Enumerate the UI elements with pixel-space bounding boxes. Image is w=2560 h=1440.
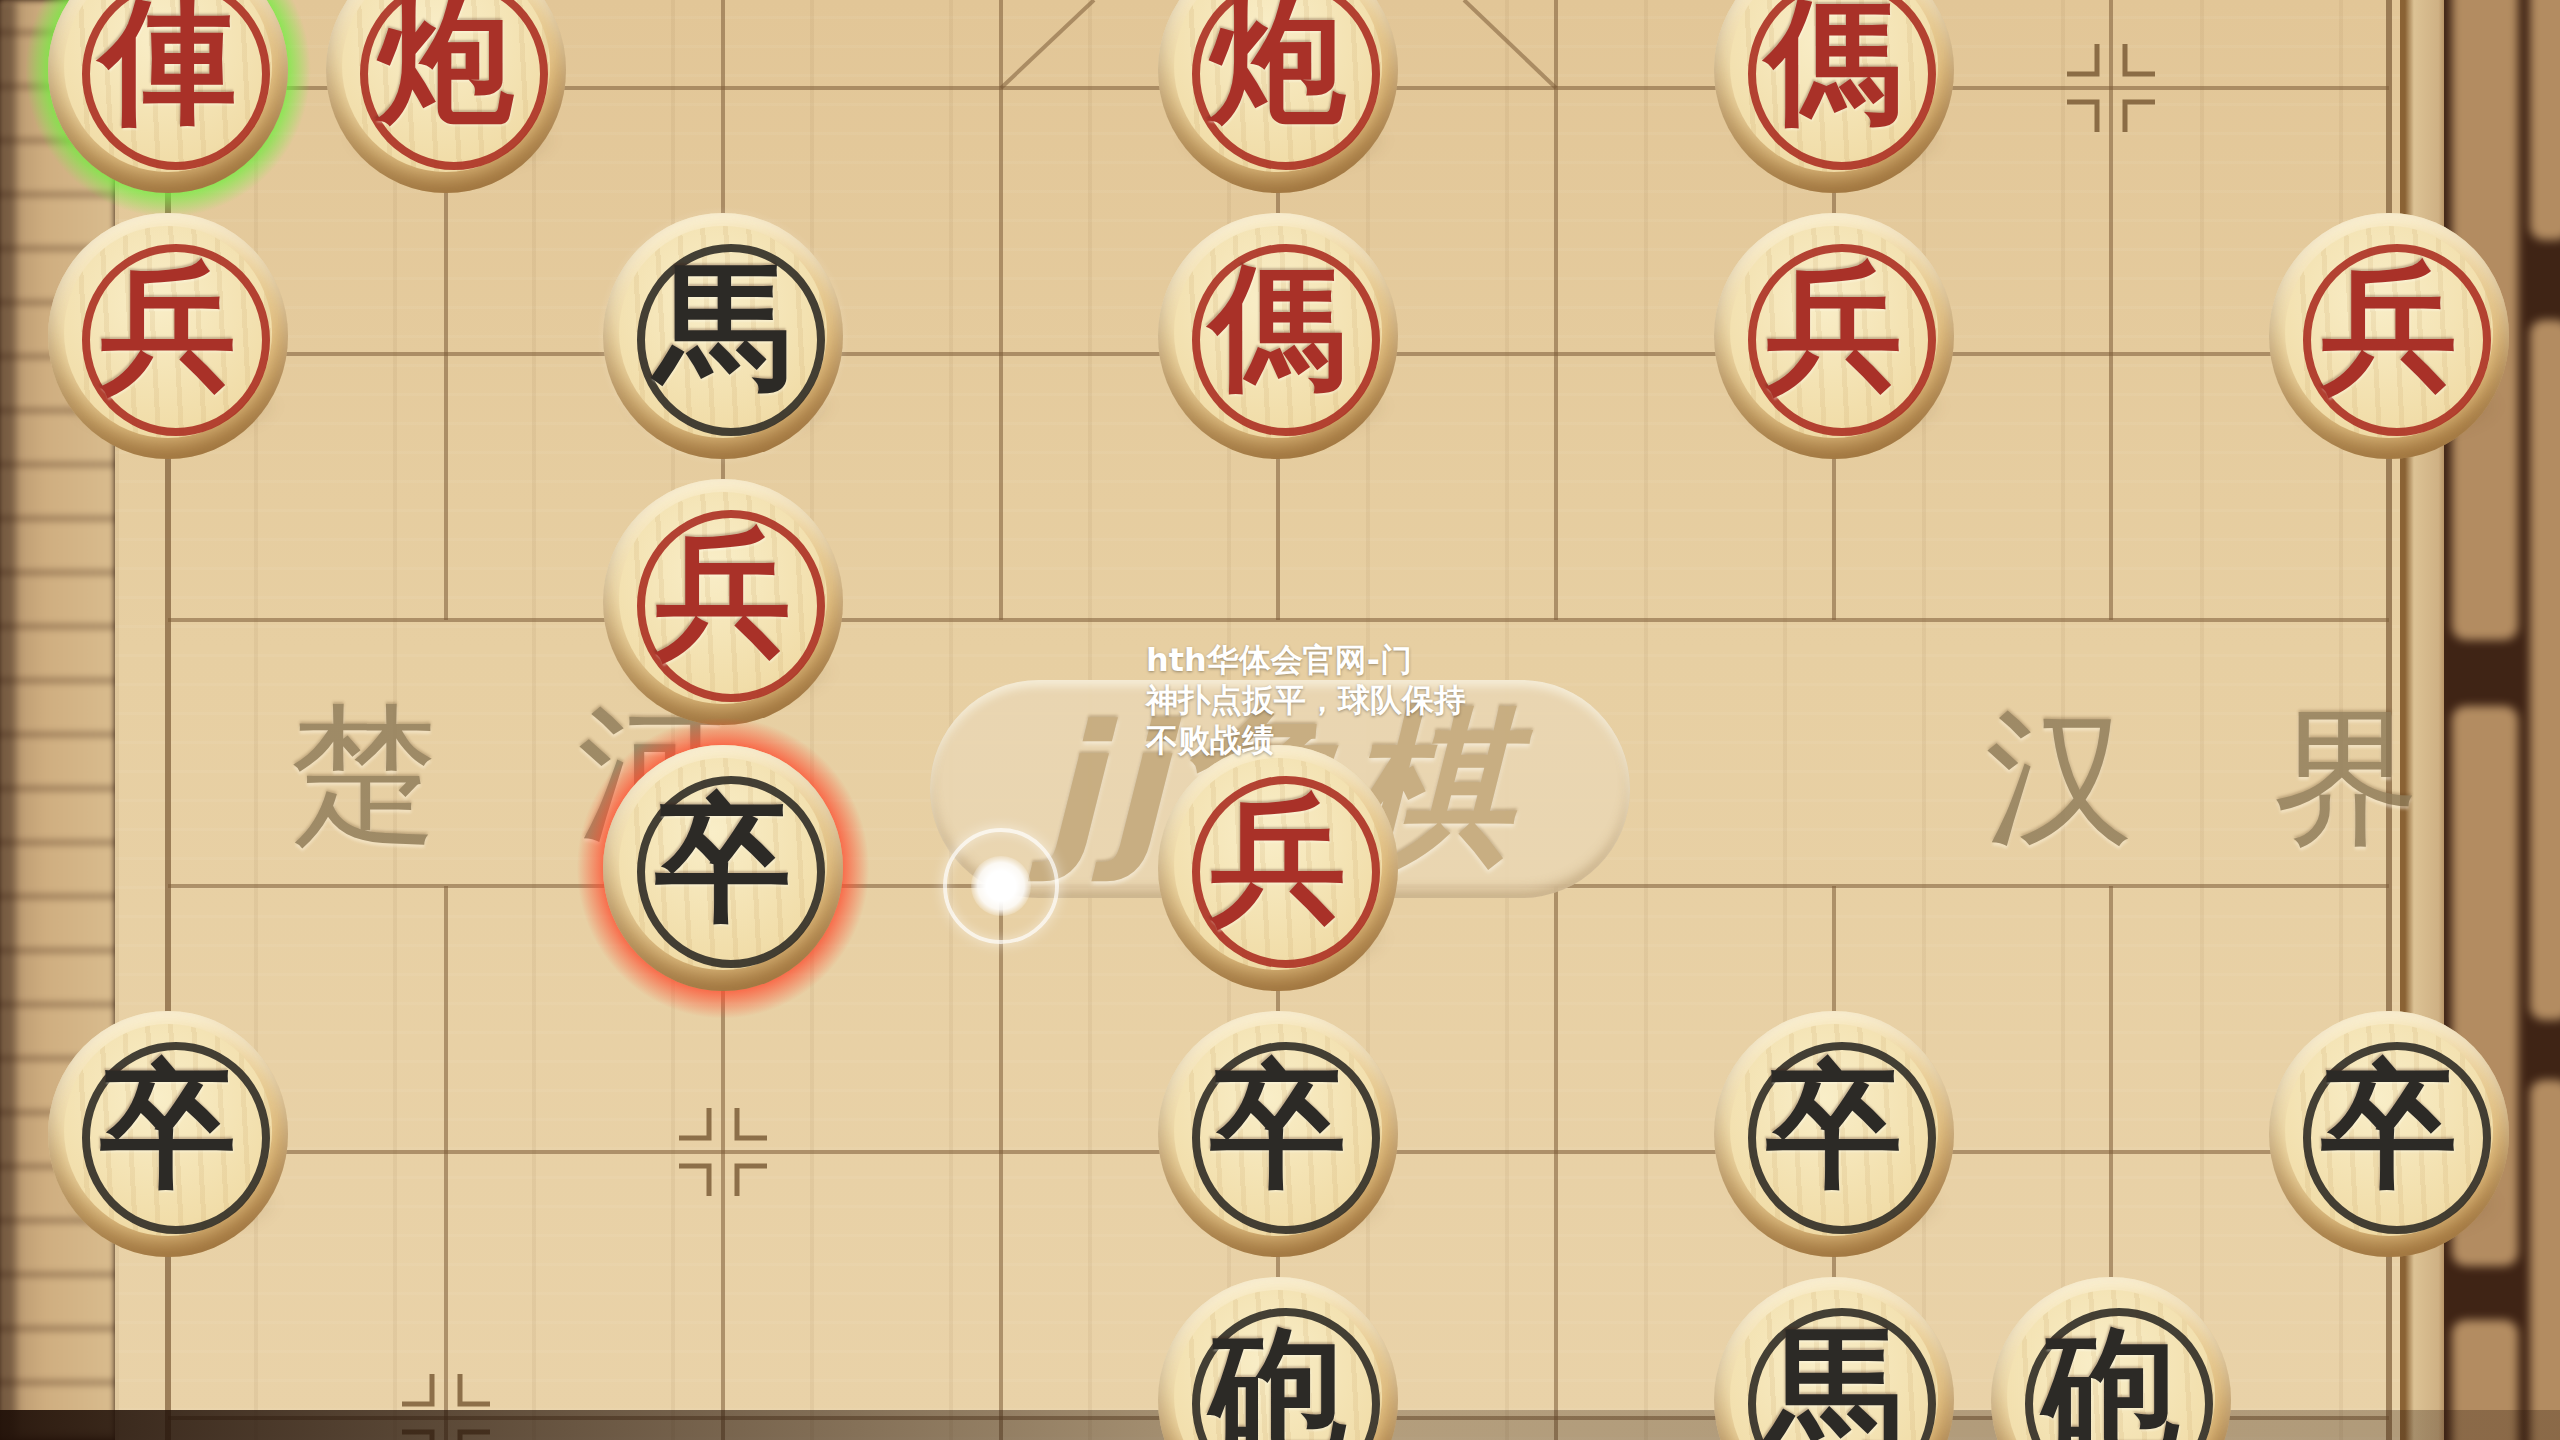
- piece-red-soldier[interactable]: 兵: [2269, 213, 2509, 459]
- move-target-sparkle: [943, 828, 1059, 944]
- piece-glyph: 砲: [1991, 1277, 2231, 1440]
- piece-glyph: 炮: [326, 0, 566, 193]
- piece-black-soldier[interactable]: 卒: [1158, 1011, 1398, 1257]
- piece-red-soldier[interactable]: 兵: [603, 479, 843, 725]
- piece-glyph: 兵: [1714, 213, 1954, 459]
- piece-black-cannon[interactable]: 砲: [1158, 1277, 1398, 1440]
- piece-glyph: 砲: [1158, 1277, 1398, 1440]
- piece-black-horse[interactable]: 馬: [603, 213, 843, 459]
- piece-black-soldier[interactable]: 卒: [48, 1011, 288, 1257]
- piece-red-soldier[interactable]: 兵: [1714, 213, 1954, 459]
- piece-glyph: 俥: [48, 0, 288, 193]
- river-label-han-jie: 汉 界: [1985, 680, 2466, 880]
- piece-glyph: 卒: [48, 1011, 288, 1257]
- piece-glyph: 卒: [1714, 1011, 1954, 1257]
- piece-red-soldier[interactable]: 兵: [1158, 745, 1398, 991]
- sparkle-dot: [971, 856, 1031, 916]
- piece-red-horse[interactable]: 傌: [1158, 213, 1398, 459]
- site-watermark: hth华体会官网-门 神扑点扳平，球队保持 不败战绩: [1146, 640, 1466, 760]
- piece-red-cannon[interactable]: 炮: [1158, 0, 1398, 193]
- piece-glyph: 傌: [1714, 0, 1954, 193]
- piece-red-chariot[interactable]: 俥: [48, 0, 288, 193]
- piece-glyph: 馬: [603, 213, 843, 459]
- piece-glyph: 馬: [1714, 1277, 1954, 1440]
- piece-glyph: 卒: [2269, 1011, 2509, 1257]
- piece-glyph: 卒: [1158, 1011, 1398, 1257]
- piece-black-soldier[interactable]: 卒: [2269, 1011, 2509, 1257]
- piece-black-cannon[interactable]: 砲: [1991, 1277, 2231, 1440]
- piece-glyph: 兵: [603, 479, 843, 725]
- piece-red-horse[interactable]: 傌: [1714, 0, 1954, 193]
- piece-black-horse[interactable]: 馬: [1714, 1277, 1954, 1440]
- piece-glyph: 兵: [1158, 745, 1398, 991]
- piece-glyph: 卒: [603, 745, 843, 991]
- piece-glyph: 傌: [1158, 213, 1398, 459]
- piece-red-cannon[interactable]: 炮: [326, 0, 566, 193]
- piece-black-soldier[interactable]: 卒: [1714, 1011, 1954, 1257]
- piece-glyph: 炮: [1158, 0, 1398, 193]
- piece-glyph: 兵: [2269, 213, 2509, 459]
- piece-black-soldier[interactable]: 卒: [603, 745, 843, 991]
- game-screen: 楚 河 汉 界 jj象棋 俥 炮 炮 傌: [0, 0, 2560, 1440]
- piece-red-soldier[interactable]: 兵: [48, 213, 288, 459]
- piece-glyph: 兵: [48, 213, 288, 459]
